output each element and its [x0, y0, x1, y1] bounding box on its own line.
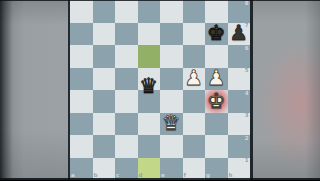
square-d3[interactable] [138, 113, 161, 136]
square-b3[interactable] [93, 113, 116, 136]
square-d1[interactable] [138, 158, 161, 181]
square-b6[interactable] [93, 45, 116, 68]
square-f6[interactable] [183, 45, 206, 68]
square-c5[interactable] [115, 68, 138, 91]
square-a6[interactable] [70, 45, 93, 68]
black-king-glyph: ♚ [207, 23, 226, 44]
white-pawn-g5-glyph: ♟ [207, 68, 226, 89]
square-h5[interactable] [228, 68, 251, 91]
square-d6[interactable] [138, 45, 161, 68]
piece-black-king[interactable]: ♚ [205, 23, 228, 46]
piece-white-king[interactable]: ♚ [205, 90, 228, 113]
square-a7[interactable] [70, 23, 93, 46]
square-b7[interactable] [93, 23, 116, 46]
square-d2[interactable] [138, 135, 161, 158]
black-pawn-glyph: ♟ [229, 23, 248, 44]
square-e2[interactable] [160, 135, 183, 158]
square-f1[interactable] [183, 158, 206, 181]
square-f2[interactable] [183, 135, 206, 158]
square-c7[interactable] [115, 23, 138, 46]
square-c3[interactable] [115, 113, 138, 136]
square-g1[interactable] [205, 158, 228, 181]
square-h1[interactable] [228, 158, 251, 181]
piece-white-pawn-g5[interactable]: ♟ [205, 68, 228, 91]
square-c2[interactable] [115, 135, 138, 158]
square-h4[interactable] [228, 90, 251, 113]
frame-edge-top [0, 0, 320, 1]
square-c8[interactable] [115, 0, 138, 23]
white-king-glyph: ♚ [207, 90, 226, 111]
square-g8[interactable] [205, 0, 228, 23]
square-b4[interactable] [93, 90, 116, 113]
square-e7[interactable] [160, 23, 183, 46]
square-a3[interactable] [70, 113, 93, 136]
square-e4[interactable] [160, 90, 183, 113]
board-border-right [250, 0, 253, 180]
background-left [0, 0, 68, 180]
square-h6[interactable] [228, 45, 251, 68]
piece-black-queen[interactable]: ♛ [138, 75, 161, 98]
square-e1[interactable] [160, 158, 183, 181]
square-g2[interactable] [205, 135, 228, 158]
square-b2[interactable] [93, 135, 116, 158]
square-g6[interactable] [205, 45, 228, 68]
video-frame: 87654321abcdefgh ♚♟♛♟♟♚♛ [0, 0, 320, 180]
piece-white-pawn-f5[interactable]: ♟ [183, 68, 206, 91]
square-c1[interactable] [115, 158, 138, 181]
square-f7[interactable] [183, 23, 206, 46]
square-c4[interactable] [115, 90, 138, 113]
square-a5[interactable] [70, 68, 93, 91]
square-c6[interactable] [115, 45, 138, 68]
square-h8[interactable] [228, 0, 251, 23]
square-b1[interactable] [93, 158, 116, 181]
piece-white-queen[interactable]: ♛ [160, 113, 183, 136]
square-e6[interactable] [160, 45, 183, 68]
black-queen-glyph: ♛ [139, 76, 158, 97]
square-h2[interactable] [228, 135, 251, 158]
square-f3[interactable] [183, 113, 206, 136]
last-move-highlight-d1 [138, 158, 161, 181]
square-b8[interactable] [93, 0, 116, 23]
square-a2[interactable] [70, 135, 93, 158]
square-b5[interactable] [93, 68, 116, 91]
square-f8[interactable] [183, 0, 206, 23]
square-a1[interactable] [70, 158, 93, 181]
square-g3[interactable] [205, 113, 228, 136]
square-e5[interactable] [160, 68, 183, 91]
background-right [253, 0, 320, 180]
square-d7[interactable] [138, 23, 161, 46]
square-a4[interactable] [70, 90, 93, 113]
square-h3[interactable] [228, 113, 251, 136]
square-f4[interactable] [183, 90, 206, 113]
square-a8[interactable] [70, 0, 93, 23]
last-move-highlight-d6 [138, 45, 161, 68]
square-d8[interactable] [138, 0, 161, 23]
frame-edge-bottom [0, 178, 320, 180]
piece-black-pawn[interactable]: ♟ [228, 23, 251, 46]
white-pawn-f5-glyph: ♟ [184, 68, 203, 89]
square-e8[interactable] [160, 0, 183, 23]
white-queen-glyph: ♛ [162, 113, 181, 134]
